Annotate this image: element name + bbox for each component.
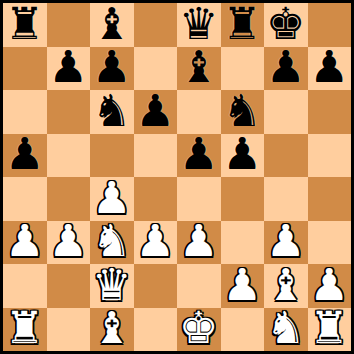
piece-white-queen[interactable]: ♛ bbox=[92, 264, 131, 307]
square-g2[interactable]: ♝ bbox=[264, 264, 308, 308]
piece-white-rook[interactable]: ♜ bbox=[5, 308, 44, 351]
piece-black-pawn[interactable]: ♟ bbox=[92, 47, 131, 90]
square-c3[interactable]: ♞ bbox=[90, 221, 134, 265]
piece-black-queen[interactable]: ♛ bbox=[179, 3, 218, 46]
square-f6[interactable]: ♞ bbox=[221, 90, 265, 134]
piece-black-rook[interactable]: ♜ bbox=[223, 3, 262, 46]
square-b6[interactable] bbox=[47, 90, 91, 134]
square-a7[interactable] bbox=[3, 47, 47, 91]
square-b5[interactable] bbox=[47, 134, 91, 178]
piece-white-bishop[interactable]: ♝ bbox=[92, 308, 131, 351]
square-h7[interactable]: ♟ bbox=[308, 47, 352, 91]
square-h1[interactable]: ♜ bbox=[308, 308, 352, 352]
square-e4[interactable] bbox=[177, 177, 221, 221]
square-f1[interactable] bbox=[221, 308, 265, 352]
piece-white-pawn[interactable]: ♟ bbox=[179, 221, 218, 264]
chess-board: ♜♝♛♜♚♟♟♝♟♟♞♟♞♟♟♟♟♟♟♞♟♟♟♛♟♝♟♜♝♚♞♜ bbox=[3, 3, 351, 351]
square-e2[interactable] bbox=[177, 264, 221, 308]
square-c8[interactable]: ♝ bbox=[90, 3, 134, 47]
square-e5[interactable]: ♟ bbox=[177, 134, 221, 178]
square-g3[interactable]: ♟ bbox=[264, 221, 308, 265]
square-e8[interactable]: ♛ bbox=[177, 3, 221, 47]
square-e6[interactable] bbox=[177, 90, 221, 134]
square-g5[interactable] bbox=[264, 134, 308, 178]
square-g1[interactable]: ♞ bbox=[264, 308, 308, 352]
square-a4[interactable] bbox=[3, 177, 47, 221]
square-e3[interactable]: ♟ bbox=[177, 221, 221, 265]
piece-black-pawn[interactable]: ♟ bbox=[49, 47, 88, 90]
square-b2[interactable] bbox=[47, 264, 91, 308]
square-b8[interactable] bbox=[47, 3, 91, 47]
square-h6[interactable] bbox=[308, 90, 352, 134]
piece-white-knight[interactable]: ♞ bbox=[92, 221, 131, 264]
square-d2[interactable] bbox=[134, 264, 178, 308]
square-d5[interactable] bbox=[134, 134, 178, 178]
square-c6[interactable]: ♞ bbox=[90, 90, 134, 134]
piece-black-knight[interactable]: ♞ bbox=[92, 90, 131, 133]
piece-black-knight[interactable]: ♞ bbox=[223, 90, 262, 133]
piece-white-pawn[interactable]: ♟ bbox=[49, 221, 88, 264]
piece-black-bishop[interactable]: ♝ bbox=[92, 3, 131, 46]
square-f5[interactable]: ♟ bbox=[221, 134, 265, 178]
piece-black-bishop[interactable]: ♝ bbox=[179, 47, 218, 90]
square-d4[interactable] bbox=[134, 177, 178, 221]
square-h2[interactable]: ♟ bbox=[308, 264, 352, 308]
piece-black-rook[interactable]: ♜ bbox=[5, 3, 44, 46]
square-g4[interactable] bbox=[264, 177, 308, 221]
square-b3[interactable]: ♟ bbox=[47, 221, 91, 265]
square-c1[interactable]: ♝ bbox=[90, 308, 134, 352]
square-a3[interactable]: ♟ bbox=[3, 221, 47, 265]
piece-white-bishop[interactable]: ♝ bbox=[266, 264, 305, 307]
square-f2[interactable]: ♟ bbox=[221, 264, 265, 308]
chess-board-frame: ♜♝♛♜♚♟♟♝♟♟♞♟♞♟♟♟♟♟♟♞♟♟♟♛♟♝♟♜♝♚♞♜ bbox=[0, 0, 354, 354]
square-d7[interactable] bbox=[134, 47, 178, 91]
piece-white-pawn[interactable]: ♟ bbox=[92, 177, 131, 220]
square-f3[interactable] bbox=[221, 221, 265, 265]
square-g7[interactable]: ♟ bbox=[264, 47, 308, 91]
square-b4[interactable] bbox=[47, 177, 91, 221]
square-f8[interactable]: ♜ bbox=[221, 3, 265, 47]
square-d8[interactable] bbox=[134, 3, 178, 47]
square-a1[interactable]: ♜ bbox=[3, 308, 47, 352]
piece-white-pawn[interactable]: ♟ bbox=[310, 264, 349, 307]
square-g6[interactable] bbox=[264, 90, 308, 134]
square-c5[interactable] bbox=[90, 134, 134, 178]
piece-white-pawn[interactable]: ♟ bbox=[5, 221, 44, 264]
square-a5[interactable]: ♟ bbox=[3, 134, 47, 178]
piece-black-pawn[interactable]: ♟ bbox=[136, 90, 175, 133]
square-h4[interactable] bbox=[308, 177, 352, 221]
piece-black-pawn[interactable]: ♟ bbox=[310, 47, 349, 90]
square-h3[interactable] bbox=[308, 221, 352, 265]
square-a6[interactable] bbox=[3, 90, 47, 134]
square-b1[interactable] bbox=[47, 308, 91, 352]
piece-black-pawn[interactable]: ♟ bbox=[179, 134, 218, 177]
square-e7[interactable]: ♝ bbox=[177, 47, 221, 91]
square-e1[interactable]: ♚ bbox=[177, 308, 221, 352]
piece-white-king[interactable]: ♚ bbox=[179, 308, 218, 351]
square-d1[interactable] bbox=[134, 308, 178, 352]
piece-white-pawn[interactable]: ♟ bbox=[266, 221, 305, 264]
square-d6[interactable]: ♟ bbox=[134, 90, 178, 134]
piece-black-king[interactable]: ♚ bbox=[266, 3, 305, 46]
square-c4[interactable]: ♟ bbox=[90, 177, 134, 221]
piece-white-pawn[interactable]: ♟ bbox=[223, 264, 262, 307]
square-f7[interactable] bbox=[221, 47, 265, 91]
square-g8[interactable]: ♚ bbox=[264, 3, 308, 47]
square-h5[interactable] bbox=[308, 134, 352, 178]
square-a2[interactable] bbox=[3, 264, 47, 308]
piece-white-pawn[interactable]: ♟ bbox=[136, 221, 175, 264]
square-b7[interactable]: ♟ bbox=[47, 47, 91, 91]
piece-black-pawn[interactable]: ♟ bbox=[266, 47, 305, 90]
piece-white-rook[interactable]: ♜ bbox=[310, 308, 349, 351]
square-d3[interactable]: ♟ bbox=[134, 221, 178, 265]
piece-black-pawn[interactable]: ♟ bbox=[223, 134, 262, 177]
square-f4[interactable] bbox=[221, 177, 265, 221]
square-a8[interactable]: ♜ bbox=[3, 3, 47, 47]
piece-white-knight[interactable]: ♞ bbox=[266, 308, 305, 351]
piece-black-pawn[interactable]: ♟ bbox=[5, 134, 44, 177]
square-c2[interactable]: ♛ bbox=[90, 264, 134, 308]
square-h8[interactable] bbox=[308, 3, 352, 47]
square-c7[interactable]: ♟ bbox=[90, 47, 134, 91]
